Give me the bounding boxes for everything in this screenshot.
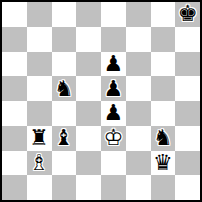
square-h5[interactable] xyxy=(175,76,200,101)
square-g5[interactable] xyxy=(151,76,176,101)
square-d4[interactable] xyxy=(76,101,101,126)
black-pawn-icon: ♟ xyxy=(101,52,126,77)
square-e3[interactable]: ♚♔ xyxy=(101,126,126,151)
black-pawn-icon: ♟ xyxy=(101,101,126,126)
square-d7[interactable] xyxy=(76,27,101,52)
square-a1[interactable] xyxy=(2,175,27,200)
square-e5[interactable]: ♟ xyxy=(101,76,126,101)
square-e8[interactable] xyxy=(101,2,126,27)
square-c6[interactable] xyxy=(52,52,77,77)
square-h1[interactable] xyxy=(175,175,200,200)
square-g7[interactable] xyxy=(151,27,176,52)
square-h3[interactable] xyxy=(175,126,200,151)
chess-board: ♚♟♞♟♟♜♝♚♔♞♝♗♛ xyxy=(2,2,200,200)
square-g4[interactable] xyxy=(151,101,176,126)
square-a2[interactable] xyxy=(2,151,27,176)
square-g8[interactable] xyxy=(151,2,176,27)
square-f2[interactable] xyxy=(126,151,151,176)
square-f5[interactable] xyxy=(126,76,151,101)
square-d2[interactable] xyxy=(76,151,101,176)
square-c7[interactable] xyxy=(52,27,77,52)
square-a8[interactable] xyxy=(2,2,27,27)
square-c5[interactable]: ♞ xyxy=(52,76,77,101)
square-d1[interactable] xyxy=(76,175,101,200)
square-e1[interactable] xyxy=(101,175,126,200)
black-rook-icon: ♜ xyxy=(27,126,52,151)
square-c4[interactable] xyxy=(52,101,77,126)
square-c1[interactable] xyxy=(52,175,77,200)
white-king-icon: ♚♔ xyxy=(101,126,126,151)
black-king-icon: ♚ xyxy=(175,2,200,27)
square-g1[interactable] xyxy=(151,175,176,200)
square-h8[interactable]: ♚ xyxy=(175,2,200,27)
square-d5[interactable] xyxy=(76,76,101,101)
black-pawn-icon: ♟ xyxy=(101,76,126,101)
square-g2[interactable]: ♛ xyxy=(151,151,176,176)
square-g3[interactable]: ♞ xyxy=(151,126,176,151)
square-a4[interactable] xyxy=(2,101,27,126)
square-b6[interactable] xyxy=(27,52,52,77)
square-a3[interactable] xyxy=(2,126,27,151)
chess-diagram-frame: ♚♟♞♟♟♜♝♚♔♞♝♗♛ xyxy=(0,0,202,202)
square-e2[interactable] xyxy=(101,151,126,176)
square-g6[interactable] xyxy=(151,52,176,77)
square-c8[interactable] xyxy=(52,2,77,27)
square-h2[interactable] xyxy=(175,151,200,176)
square-b8[interactable] xyxy=(27,2,52,27)
black-queen-icon: ♛ xyxy=(151,151,176,176)
white-bishop-icon: ♝♗ xyxy=(27,151,52,176)
square-h7[interactable] xyxy=(175,27,200,52)
square-d8[interactable] xyxy=(76,2,101,27)
black-knight-icon: ♞ xyxy=(151,126,176,151)
square-d3[interactable] xyxy=(76,126,101,151)
square-f1[interactable] xyxy=(126,175,151,200)
square-b5[interactable] xyxy=(27,76,52,101)
square-a6[interactable] xyxy=(2,52,27,77)
square-f4[interactable] xyxy=(126,101,151,126)
square-e4[interactable]: ♟ xyxy=(101,101,126,126)
black-bishop-icon: ♝ xyxy=(52,126,77,151)
square-b4[interactable] xyxy=(27,101,52,126)
square-f3[interactable] xyxy=(126,126,151,151)
square-h4[interactable] xyxy=(175,101,200,126)
square-b2[interactable]: ♝♗ xyxy=(27,151,52,176)
square-h6[interactable] xyxy=(175,52,200,77)
square-c2[interactable] xyxy=(52,151,77,176)
square-a7[interactable] xyxy=(2,27,27,52)
square-d6[interactable] xyxy=(76,52,101,77)
square-b1[interactable] xyxy=(27,175,52,200)
square-f7[interactable] xyxy=(126,27,151,52)
square-b7[interactable] xyxy=(27,27,52,52)
square-f6[interactable] xyxy=(126,52,151,77)
black-knight-icon: ♞ xyxy=(52,76,77,101)
square-e7[interactable] xyxy=(101,27,126,52)
square-a5[interactable] xyxy=(2,76,27,101)
square-b3[interactable]: ♜ xyxy=(27,126,52,151)
square-c3[interactable]: ♝ xyxy=(52,126,77,151)
square-e6[interactable]: ♟ xyxy=(101,52,126,77)
square-f8[interactable] xyxy=(126,2,151,27)
